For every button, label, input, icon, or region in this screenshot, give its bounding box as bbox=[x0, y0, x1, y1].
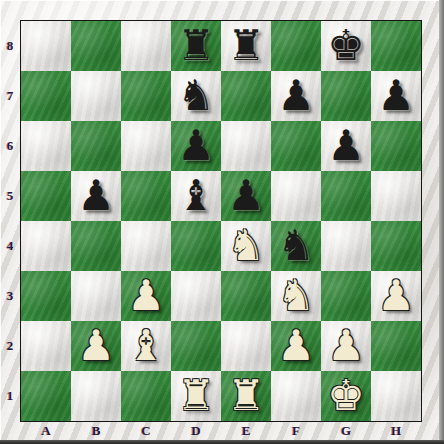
square-g6[interactable]: ♟ bbox=[321, 121, 371, 171]
square-c8[interactable] bbox=[121, 21, 171, 71]
square-a3[interactable] bbox=[21, 271, 71, 321]
square-g1[interactable]: ♚ bbox=[321, 371, 371, 421]
square-h1[interactable] bbox=[371, 371, 421, 421]
square-e7[interactable] bbox=[221, 71, 271, 121]
file-label-g: G bbox=[321, 421, 371, 440]
square-g3[interactable] bbox=[321, 271, 371, 321]
black-knight[interactable]: ♞ bbox=[171, 71, 221, 121]
square-a2[interactable] bbox=[21, 321, 71, 371]
black-rook[interactable]: ♜ bbox=[221, 21, 271, 71]
square-b4[interactable] bbox=[71, 221, 121, 271]
black-pawn[interactable]: ♟ bbox=[271, 71, 321, 121]
white-bishop[interactable]: ♝ bbox=[121, 321, 171, 371]
square-e6[interactable] bbox=[221, 121, 271, 171]
black-king[interactable]: ♚ bbox=[321, 21, 371, 71]
black-pawn[interactable]: ♟ bbox=[171, 121, 221, 171]
rank-label-4: 4 bbox=[1, 221, 19, 271]
white-knight[interactable]: ♞ bbox=[221, 221, 271, 271]
square-b8[interactable] bbox=[71, 21, 121, 71]
square-g5[interactable] bbox=[321, 171, 371, 221]
white-pawn[interactable]: ♟ bbox=[371, 271, 421, 321]
square-g7[interactable] bbox=[321, 71, 371, 121]
square-h4[interactable] bbox=[371, 221, 421, 271]
chessboard-panel: ♜♜♚♞♟♟♟♟♟♝♟♞♞♟♞♟♟♝♟♟♜♜♚ 87654321 ABCDEFG… bbox=[0, 0, 444, 444]
file-label-c: C bbox=[121, 421, 171, 440]
square-f1[interactable] bbox=[271, 371, 321, 421]
white-pawn[interactable]: ♟ bbox=[71, 321, 121, 371]
square-b2[interactable]: ♟ bbox=[71, 321, 121, 371]
square-d1[interactable]: ♜ bbox=[171, 371, 221, 421]
square-f6[interactable] bbox=[271, 121, 321, 171]
black-pawn[interactable]: ♟ bbox=[71, 171, 121, 221]
square-f2[interactable]: ♟ bbox=[271, 321, 321, 371]
square-e3[interactable] bbox=[221, 271, 271, 321]
file-label-b: B bbox=[71, 421, 121, 440]
square-d8[interactable]: ♜ bbox=[171, 21, 221, 71]
black-pawn[interactable]: ♟ bbox=[371, 71, 421, 121]
black-knight[interactable]: ♞ bbox=[271, 221, 321, 271]
white-rook[interactable]: ♜ bbox=[171, 371, 221, 421]
file-label-h: H bbox=[371, 421, 421, 440]
square-a8[interactable] bbox=[21, 21, 71, 71]
white-rook[interactable]: ♜ bbox=[221, 371, 271, 421]
square-g4[interactable] bbox=[321, 221, 371, 271]
square-c3[interactable]: ♟ bbox=[121, 271, 171, 321]
white-pawn[interactable]: ♟ bbox=[271, 321, 321, 371]
black-bishop[interactable]: ♝ bbox=[171, 171, 221, 221]
square-h3[interactable]: ♟ bbox=[371, 271, 421, 321]
square-c5[interactable] bbox=[121, 171, 171, 221]
square-e8[interactable]: ♜ bbox=[221, 21, 271, 71]
square-a7[interactable] bbox=[21, 71, 71, 121]
square-c4[interactable] bbox=[121, 221, 171, 271]
chess-board: ♜♜♚♞♟♟♟♟♟♝♟♞♞♟♞♟♟♝♟♟♜♜♚ bbox=[20, 20, 422, 422]
file-label-d: D bbox=[171, 421, 221, 440]
file-label-a: A bbox=[21, 421, 71, 440]
file-label-e: E bbox=[221, 421, 271, 440]
square-f3[interactable]: ♞ bbox=[271, 271, 321, 321]
square-f8[interactable] bbox=[271, 21, 321, 71]
square-e5[interactable]: ♟ bbox=[221, 171, 271, 221]
square-e4[interactable]: ♞ bbox=[221, 221, 271, 271]
white-knight[interactable]: ♞ bbox=[271, 271, 321, 321]
rank-label-5: 5 bbox=[1, 171, 19, 221]
rank-label-7: 7 bbox=[1, 71, 19, 121]
black-pawn[interactable]: ♟ bbox=[221, 171, 271, 221]
white-pawn[interactable]: ♟ bbox=[321, 321, 371, 371]
rank-label-3: 3 bbox=[1, 271, 19, 321]
square-b1[interactable] bbox=[71, 371, 121, 421]
square-e1[interactable]: ♜ bbox=[221, 371, 271, 421]
square-b5[interactable]: ♟ bbox=[71, 171, 121, 221]
white-pawn[interactable]: ♟ bbox=[121, 271, 171, 321]
rank-label-1: 1 bbox=[1, 371, 19, 421]
square-a5[interactable] bbox=[21, 171, 71, 221]
square-d4[interactable] bbox=[171, 221, 221, 271]
square-g2[interactable]: ♟ bbox=[321, 321, 371, 371]
square-a1[interactable] bbox=[21, 371, 71, 421]
square-c7[interactable] bbox=[121, 71, 171, 121]
panel-shadow-bottom bbox=[0, 440, 444, 444]
square-d2[interactable] bbox=[171, 321, 221, 371]
square-c6[interactable] bbox=[121, 121, 171, 171]
square-e2[interactable] bbox=[221, 321, 271, 371]
square-h7[interactable]: ♟ bbox=[371, 71, 421, 121]
square-h2[interactable] bbox=[371, 321, 421, 371]
square-b6[interactable] bbox=[71, 121, 121, 171]
square-d3[interactable] bbox=[171, 271, 221, 321]
file-labels: ABCDEFGH bbox=[21, 421, 421, 440]
rank-label-6: 6 bbox=[1, 121, 19, 171]
square-g8[interactable]: ♚ bbox=[321, 21, 371, 71]
rank-label-8: 8 bbox=[1, 21, 19, 71]
square-h8[interactable] bbox=[371, 21, 421, 71]
square-f4[interactable]: ♞ bbox=[271, 221, 321, 271]
square-f5[interactable] bbox=[271, 171, 321, 221]
square-c2[interactable]: ♝ bbox=[121, 321, 171, 371]
square-d6[interactable]: ♟ bbox=[171, 121, 221, 171]
square-d5[interactable]: ♝ bbox=[171, 171, 221, 221]
file-label-f: F bbox=[271, 421, 321, 440]
square-f7[interactable]: ♟ bbox=[271, 71, 321, 121]
square-a4[interactable] bbox=[21, 221, 71, 271]
black-rook[interactable]: ♜ bbox=[171, 21, 221, 71]
black-pawn[interactable]: ♟ bbox=[321, 121, 371, 171]
square-h6[interactable] bbox=[371, 121, 421, 171]
white-king[interactable]: ♚ bbox=[321, 371, 371, 421]
panel-shadow-right bbox=[439, 0, 444, 444]
square-b7[interactable] bbox=[71, 71, 121, 121]
square-h5[interactable] bbox=[371, 171, 421, 221]
square-b3[interactable] bbox=[71, 271, 121, 321]
rank-label-2: 2 bbox=[1, 321, 19, 371]
square-d7[interactable]: ♞ bbox=[171, 71, 221, 121]
square-c1[interactable] bbox=[121, 371, 171, 421]
rank-labels: 87654321 bbox=[1, 21, 19, 421]
square-a6[interactable] bbox=[21, 121, 71, 171]
